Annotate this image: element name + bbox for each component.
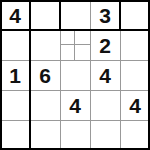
cell-r4c1[interactable]	[0, 90, 30, 120]
puzzle-board: 43216444	[0, 0, 150, 150]
cell-r1c1[interactable]: 4	[0, 0, 30, 30]
cell-r1c5[interactable]	[120, 0, 150, 30]
cell-r5c3[interactable]	[60, 120, 90, 150]
cell-r4c3[interactable]: 4	[60, 90, 90, 120]
cell-r2c5[interactable]	[120, 30, 150, 60]
cell-r4c2[interactable]	[30, 90, 60, 120]
cell-r3c2[interactable]: 6	[30, 60, 60, 90]
cell-r5c4[interactable]	[90, 120, 120, 150]
cell-r1c3[interactable]	[60, 0, 90, 30]
cell-r4c4[interactable]	[90, 90, 120, 120]
cell-r2c1[interactable]	[0, 30, 30, 60]
cell-r3c3[interactable]	[60, 60, 90, 90]
cell-r5c2[interactable]	[30, 120, 60, 150]
cell-r2c3[interactable]	[60, 30, 90, 60]
cell-r1c2[interactable]	[30, 0, 60, 30]
cell-r2c4[interactable]: 2	[90, 30, 120, 60]
cell-r1c4[interactable]: 3	[90, 0, 120, 30]
cell-r3c4[interactable]: 4	[90, 60, 120, 90]
cell-r4c5[interactable]: 4	[120, 90, 150, 120]
cell-r5c1[interactable]	[0, 120, 30, 150]
cell-r3c5[interactable]	[120, 60, 150, 90]
cell-r3c1[interactable]: 1	[0, 60, 30, 90]
cell-r2c2[interactable]	[30, 30, 60, 60]
cell-r5c5[interactable]	[120, 120, 150, 150]
